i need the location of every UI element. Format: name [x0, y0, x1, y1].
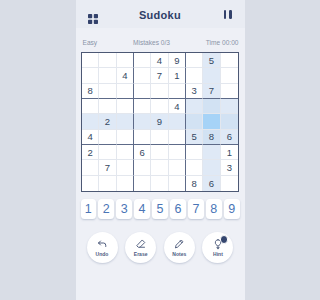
cell-r6c3[interactable]	[117, 130, 134, 145]
cell-r2c4[interactable]	[134, 68, 151, 83]
cell-r8c1[interactable]	[82, 160, 99, 175]
cell-r2c9[interactable]	[221, 68, 238, 83]
cell-r9c8[interactable]: 6	[203, 176, 220, 191]
notes-label: Notes	[172, 251, 186, 257]
cell-r5c6[interactable]	[169, 114, 186, 129]
eraser-icon	[135, 238, 147, 250]
cell-r4c8[interactable]	[203, 99, 220, 114]
cell-r7c9[interactable]: 1	[221, 145, 238, 160]
cell-r6c8[interactable]: 8	[203, 130, 220, 145]
cell-r5c1[interactable]	[82, 114, 99, 129]
cell-r6c6[interactable]	[169, 130, 186, 145]
hint-button[interactable]: Hint	[202, 232, 233, 263]
cell-r2c1[interactable]	[82, 68, 99, 83]
numpad-8[interactable]: 8	[206, 199, 222, 219]
cell-r3c4[interactable]	[134, 84, 151, 99]
cell-r4c3[interactable]	[117, 99, 134, 114]
cell-r9c6[interactable]	[169, 176, 186, 191]
numpad-2[interactable]: 2	[98, 199, 114, 219]
cell-r6c1[interactable]: 4	[82, 130, 99, 145]
cell-r3c1[interactable]: 8	[82, 84, 99, 99]
cell-r1c2[interactable]	[99, 53, 116, 68]
cell-r9c5[interactable]	[151, 176, 168, 191]
cell-r6c4[interactable]	[134, 130, 151, 145]
cell-r7c7[interactable]	[186, 145, 203, 160]
cell-r1c7[interactable]	[186, 53, 203, 68]
cell-r7c1[interactable]: 2	[82, 145, 99, 160]
pause-button[interactable]	[224, 10, 232, 20]
numpad-6[interactable]: 6	[170, 199, 186, 219]
cell-r7c2[interactable]	[99, 145, 116, 160]
cell-r9c2[interactable]	[99, 176, 116, 191]
cell-r5c3[interactable]	[117, 114, 134, 129]
cell-r8c2[interactable]: 7	[99, 160, 116, 175]
cell-r8c9[interactable]: 3	[221, 160, 238, 175]
notes-button[interactable]: Notes	[164, 232, 195, 263]
cell-r7c8[interactable]	[203, 145, 220, 160]
cell-r2c2[interactable]	[99, 68, 116, 83]
numpad-3[interactable]: 3	[116, 199, 132, 219]
mistakes-counter: Mistakes 0/3	[133, 39, 170, 46]
numpad-7[interactable]: 7	[188, 199, 204, 219]
cell-r4c1[interactable]	[82, 99, 99, 114]
cell-r3c3[interactable]	[117, 84, 134, 99]
cell-r6c9[interactable]: 6	[221, 130, 238, 145]
numpad-9[interactable]: 9	[224, 199, 240, 219]
cell-r9c7[interactable]: 8	[186, 176, 203, 191]
sudoku-board: 49547183742945862617386	[81, 52, 239, 192]
cell-r1c9[interactable]	[221, 53, 238, 68]
cell-r8c7[interactable]	[186, 160, 203, 175]
cell-r5c4[interactable]	[134, 114, 151, 129]
cell-r3c6[interactable]	[169, 84, 186, 99]
time-counter: Time 00:00	[206, 39, 239, 46]
cell-r2c3[interactable]: 4	[117, 68, 134, 83]
numpad-4[interactable]: 4	[134, 199, 150, 219]
cell-r9c4[interactable]	[134, 176, 151, 191]
cell-r8c5[interactable]	[151, 160, 168, 175]
cell-r1c1[interactable]	[82, 53, 99, 68]
page-title: Sudoku	[76, 9, 245, 21]
header: Sudoku	[76, 0, 245, 28]
cell-r1c5[interactable]: 4	[151, 53, 168, 68]
cell-r4c6[interactable]: 4	[169, 99, 186, 114]
undo-label: Undo	[96, 251, 109, 257]
cell-r3c9[interactable]	[221, 84, 238, 99]
cell-r5c5[interactable]: 9	[151, 114, 168, 129]
cell-r5c8[interactable]	[203, 114, 220, 129]
cell-r1c6[interactable]: 9	[169, 53, 186, 68]
cell-r6c2[interactable]	[99, 130, 116, 145]
cell-r3c7[interactable]: 3	[186, 84, 203, 99]
cell-r9c1[interactable]	[82, 176, 99, 191]
cell-r2c5[interactable]: 7	[151, 68, 168, 83]
cell-r5c2[interactable]: 2	[99, 114, 116, 129]
cell-r8c3[interactable]	[117, 160, 134, 175]
number-pad: 123456789	[76, 199, 245, 219]
cell-r8c6[interactable]	[169, 160, 186, 175]
cell-r8c8[interactable]	[203, 160, 220, 175]
cell-r3c8[interactable]: 7	[203, 84, 220, 99]
cell-r4c9[interactable]	[221, 99, 238, 114]
cell-r1c3[interactable]	[117, 53, 134, 68]
sudoku-app: Sudoku Easy Mistakes 0/3 Time 00:00 4954…	[76, 0, 245, 300]
cell-r7c6[interactable]	[169, 145, 186, 160]
erase-label: Erase	[134, 251, 148, 257]
hint-badge	[220, 235, 229, 244]
cell-r9c9[interactable]	[221, 176, 238, 191]
numpad-5[interactable]: 5	[152, 199, 168, 219]
cell-r8c4[interactable]	[134, 160, 151, 175]
cell-r3c5[interactable]	[151, 84, 168, 99]
cell-r9c3[interactable]	[117, 176, 134, 191]
cell-r2c8[interactable]	[203, 68, 220, 83]
cell-r4c7[interactable]	[186, 99, 203, 114]
cell-r1c4[interactable]	[134, 53, 151, 68]
cell-r7c3[interactable]	[117, 145, 134, 160]
cell-r5c7[interactable]	[186, 114, 203, 129]
cell-r4c2[interactable]	[99, 99, 116, 114]
undo-icon	[96, 238, 108, 250]
erase-button[interactable]: Erase	[125, 232, 156, 263]
cell-r6c7[interactable]: 5	[186, 130, 203, 145]
cell-r7c5[interactable]	[151, 145, 168, 160]
status-bar: Easy Mistakes 0/3 Time 00:00	[76, 28, 245, 51]
cell-r5c9[interactable]	[221, 114, 238, 129]
pause-icon	[224, 10, 226, 19]
cell-r1c8[interactable]: 5	[203, 53, 220, 68]
pencil-icon	[173, 238, 185, 250]
cell-r4c5[interactable]	[151, 99, 168, 114]
cell-r6c5[interactable]	[151, 130, 168, 145]
difficulty-label: Easy	[83, 39, 98, 46]
undo-button[interactable]: Undo	[87, 232, 118, 263]
cell-r3c2[interactable]	[99, 84, 116, 99]
toolbar: Undo Erase Notes Hint	[76, 232, 245, 263]
cell-r2c7[interactable]	[186, 68, 203, 83]
cell-r7c4[interactable]: 6	[134, 145, 151, 160]
cell-r4c4[interactable]	[134, 99, 151, 114]
hint-label: Hint	[213, 251, 223, 257]
numpad-1[interactable]: 1	[81, 199, 97, 219]
cell-r2c6[interactable]: 1	[169, 68, 186, 83]
